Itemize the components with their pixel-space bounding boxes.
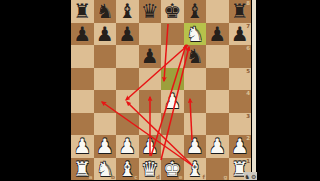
- board-square-h3[interactable]: 3: [229, 113, 252, 136]
- chess-piece-bb-c8[interactable]: ♝: [116, 0, 139, 23]
- board-square-g2[interactable]: ♟: [206, 135, 229, 158]
- board-square-e7[interactable]: [161, 23, 184, 46]
- chess-piece-wr-a1[interactable]: ♜: [71, 158, 94, 181]
- chess-piece-bn-b8[interactable]: ♞: [94, 0, 117, 23]
- board-square-b8[interactable]: ♞: [94, 0, 117, 23]
- rank-label-1: 1: [246, 159, 250, 165]
- chess-piece-wp-a2[interactable]: ♟: [71, 135, 94, 158]
- board-square-c8[interactable]: ♝: [116, 0, 139, 23]
- board-square-b4[interactable]: [94, 90, 117, 113]
- board-square-a2[interactable]: ♟: [71, 135, 94, 158]
- board-square-d5[interactable]: [139, 68, 162, 91]
- board-square-a3[interactable]: [71, 113, 94, 136]
- board-square-a8[interactable]: ♜: [71, 0, 94, 23]
- board-square-f4[interactable]: [184, 90, 207, 113]
- board-square-h4[interactable]: 4: [229, 90, 252, 113]
- chess-piece-wb-f1[interactable]: ♝: [184, 158, 207, 181]
- board-square-b7[interactable]: ♟: [94, 23, 117, 46]
- board-square-f6[interactable]: ♞: [184, 45, 207, 68]
- board-square-g1[interactable]: g: [206, 158, 229, 181]
- rank-label-3: 3: [246, 114, 250, 120]
- file-label-b: b: [111, 175, 115, 181]
- board-square-c5[interactable]: [116, 68, 139, 91]
- chess-piece-wp-c2[interactable]: ♟: [116, 135, 139, 158]
- file-label-f: f: [203, 175, 205, 181]
- board-square-e3[interactable]: [161, 113, 184, 136]
- file-label-a: a: [89, 175, 93, 181]
- rank-label-2: 2: [246, 136, 250, 142]
- board-square-f1[interactable]: ♝f: [184, 158, 207, 181]
- board-square-c1[interactable]: ♝c: [116, 158, 139, 181]
- file-label-d: d: [156, 175, 160, 181]
- board-square-a5[interactable]: [71, 68, 94, 91]
- chess-board[interactable]: ♜♞♝♛♚♝♜8♟♟♟♞♟♟7♟♞65♟43♟♟♟♟♟♟♟2♜a♞b♝c♛d♚e…: [71, 0, 251, 180]
- chess-piece-wq-d1[interactable]: ♛: [139, 158, 162, 181]
- board-square-a6[interactable]: [71, 45, 94, 68]
- chess-piece-wb-c1[interactable]: ♝: [116, 158, 139, 181]
- board-square-g5[interactable]: [206, 68, 229, 91]
- board-square-g3[interactable]: [206, 113, 229, 136]
- board-square-b1[interactable]: ♞b: [94, 158, 117, 181]
- board-square-d2[interactable]: ♟: [139, 135, 162, 158]
- board-square-h5[interactable]: 5: [229, 68, 252, 91]
- board-square-c2[interactable]: ♟: [116, 135, 139, 158]
- chess-piece-bp-a7[interactable]: ♟: [71, 23, 94, 46]
- chess-piece-bq-d8[interactable]: ♛: [139, 0, 162, 23]
- board-square-c4[interactable]: [116, 90, 139, 113]
- file-label-e: e: [179, 175, 183, 181]
- board-square-b6[interactable]: [94, 45, 117, 68]
- board-square-e8[interactable]: ♚: [161, 0, 184, 23]
- board-square-f5[interactable]: [184, 68, 207, 91]
- board-square-b5[interactable]: [94, 68, 117, 91]
- board-square-d7[interactable]: [139, 23, 162, 46]
- board-square-e5[interactable]: [161, 68, 184, 91]
- rank-label-5: 5: [246, 69, 250, 75]
- chess-piece-br-h8[interactable]: ♜: [229, 0, 252, 23]
- file-label-g: g: [224, 175, 228, 181]
- board-square-e1[interactable]: ♚e: [161, 158, 184, 181]
- chess-piece-wp-b2[interactable]: ♟: [94, 135, 117, 158]
- chess-piece-bp-g7[interactable]: ♟: [206, 23, 229, 46]
- chess-piece-wp-g2[interactable]: ♟: [206, 135, 229, 158]
- chess-piece-bb-f8[interactable]: ♝: [184, 0, 207, 23]
- board-square-h2[interactable]: ♟2: [229, 135, 252, 158]
- board-square-a4[interactable]: [71, 90, 94, 113]
- chess-piece-bp-b7[interactable]: ♟: [94, 23, 117, 46]
- rank-label-6: 6: [246, 46, 250, 52]
- corner-ui-box[interactable]: ♞⚙: [244, 172, 257, 180]
- board-square-h7[interactable]: ♟7: [229, 23, 252, 46]
- board-square-g4[interactable]: [206, 90, 229, 113]
- board-square-e2[interactable]: [161, 135, 184, 158]
- rank-label-7: 7: [246, 24, 250, 30]
- chess-piece-wk-e1[interactable]: ♚: [161, 158, 184, 181]
- board-square-c6[interactable]: [116, 45, 139, 68]
- chess-piece-wn-f7[interactable]: ♞: [184, 23, 207, 46]
- chess-piece-bp-d6[interactable]: ♟: [139, 45, 162, 68]
- board-square-h8[interactable]: ♜8: [229, 0, 252, 23]
- chess-piece-wp-f2[interactable]: ♟: [184, 135, 207, 158]
- gear-icon[interactable]: ⚙: [251, 173, 256, 180]
- chess-piece-bp-c7[interactable]: ♟: [116, 23, 139, 46]
- board-square-g8[interactable]: [206, 0, 229, 23]
- board-square-c7[interactable]: ♟: [116, 23, 139, 46]
- board-square-f7[interactable]: ♞: [184, 23, 207, 46]
- chess-piece-wp-e4[interactable]: ♟: [161, 90, 184, 113]
- board-edge-strip: [252, 0, 256, 180]
- board-square-a7[interactable]: ♟: [71, 23, 94, 46]
- board-square-d8[interactable]: ♛: [139, 0, 162, 23]
- board-square-d4[interactable]: [139, 90, 162, 113]
- knight-icon[interactable]: ♞: [245, 173, 250, 180]
- chess-piece-bn-f6[interactable]: ♞: [184, 45, 207, 68]
- board-square-e6[interactable]: [161, 45, 184, 68]
- board-square-g7[interactable]: ♟: [206, 23, 229, 46]
- chess-piece-wn-b1[interactable]: ♞: [94, 158, 117, 181]
- board-square-f8[interactable]: ♝: [184, 0, 207, 23]
- board-square-d3[interactable]: [139, 113, 162, 136]
- board-square-b2[interactable]: ♟: [94, 135, 117, 158]
- board-square-d6[interactable]: ♟: [139, 45, 162, 68]
- file-label-c: c: [134, 175, 137, 181]
- board-square-d1[interactable]: ♛d: [139, 158, 162, 181]
- board-square-e4[interactable]: ♟: [161, 90, 184, 113]
- chess-piece-wp-d2[interactable]: ♟: [139, 135, 162, 158]
- board-square-f2[interactable]: ♟: [184, 135, 207, 158]
- rank-label-8: 8: [246, 1, 250, 7]
- chess-piece-bk-e8[interactable]: ♚: [161, 0, 184, 23]
- board-square-g6[interactable]: [206, 45, 229, 68]
- board-square-c3[interactable]: [116, 113, 139, 136]
- chess-piece-wp-h2[interactable]: ♟: [229, 135, 252, 158]
- rank-label-4: 4: [246, 91, 250, 97]
- chess-piece-br-a8[interactable]: ♜: [71, 0, 94, 23]
- board-square-f3[interactable]: [184, 113, 207, 136]
- board-square-b3[interactable]: [94, 113, 117, 136]
- board-square-a1[interactable]: ♜a: [71, 158, 94, 181]
- video-frame: ♜♞♝♛♚♝♜8♟♟♟♞♟♟7♟♞65♟43♟♟♟♟♟♟♟2♜a♞b♝c♛d♚e…: [0, 0, 320, 180]
- board-square-h6[interactable]: 6: [229, 45, 252, 68]
- chess-piece-bp-h7[interactable]: ♟: [229, 23, 252, 46]
